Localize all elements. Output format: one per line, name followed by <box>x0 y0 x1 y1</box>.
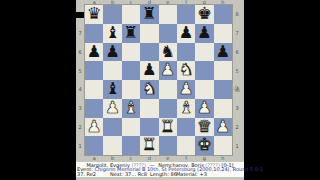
piece-white-bishop: ♝ <box>124 100 139 117</box>
piece-black-bishop: ♝ <box>105 81 120 98</box>
square-c5 <box>122 61 140 80</box>
square-h6: ♟ <box>214 43 232 62</box>
square-d3 <box>140 99 158 118</box>
square-c4 <box>122 80 140 99</box>
piece-white-rook: ♜ <box>142 137 157 154</box>
piece-white-pawn: ♟ <box>179 81 194 98</box>
piece-white-queen: ♛ <box>197 119 212 136</box>
caption-panel: Margolit, Evgeniy (????) — Nemchanov, Bo… <box>76 162 244 177</box>
square-d4: ♞ <box>140 80 158 99</box>
piece-black-rook: ♜ <box>124 25 139 42</box>
square-b3: ♟ <box>103 99 121 118</box>
chess-board: ♛♜♚♝♜♟♟♟♟♞♟♟♟♞♝♞♟♟♝♝♟♟♜♛♟♜♚ <box>85 5 232 155</box>
square-d2 <box>140 118 158 137</box>
piece-black-rook: ♜ <box>142 6 157 23</box>
rank-label-1: 1 <box>76 136 84 155</box>
rank-label-4: 4 <box>76 80 84 99</box>
piece-black-pawn: ♟ <box>87 44 102 61</box>
square-b1 <box>103 136 121 155</box>
rank-label-8: 8 <box>233 5 241 24</box>
rank-label-7: 7 <box>76 24 84 43</box>
square-a5 <box>85 61 103 80</box>
rank-label-6: 6 <box>76 43 84 62</box>
square-a1 <box>85 136 103 155</box>
square-d8: ♜ <box>140 5 158 24</box>
square-e7 <box>159 24 177 43</box>
square-g2: ♛ <box>195 118 213 137</box>
piece-white-knight: ♞ <box>142 81 157 98</box>
square-e4 <box>159 80 177 99</box>
square-b2 <box>103 118 121 137</box>
square-f3: ♝ <box>177 99 195 118</box>
piece-black-pawn: ♟ <box>142 62 157 79</box>
rank-labels-left: 87654321 <box>76 5 84 155</box>
rank-labels-right: 87654321 <box>233 5 241 155</box>
square-a2: ♟ <box>85 118 103 137</box>
piece-black-pawn: ♟ <box>179 25 194 42</box>
square-b6: ♟ <box>103 43 121 62</box>
square-e5: ♟ <box>159 61 177 80</box>
square-b7: ♝ <box>103 24 121 43</box>
square-a3 <box>85 99 103 118</box>
move-info-line: 37. Re2 Next: 37... Rc8 Length: 86 Mater… <box>76 172 244 177</box>
square-g1: ♚ <box>195 136 213 155</box>
next-move: Next: 37... Rc8 <box>110 172 147 177</box>
square-a8: ♛ <box>85 5 103 24</box>
square-c3: ♝ <box>122 99 140 118</box>
rank-label-3: 3 <box>233 99 241 118</box>
square-c7: ♜ <box>122 24 140 43</box>
square-h1 <box>214 136 232 155</box>
square-c8 <box>122 5 140 24</box>
square-a6: ♟ <box>85 43 103 62</box>
square-d6 <box>140 43 158 62</box>
piece-black-pawn: ♟ <box>105 44 120 61</box>
square-e3 <box>159 99 177 118</box>
rank-label-6: 6 <box>233 43 241 62</box>
border-knight-icon: ♘ <box>231 83 243 95</box>
rank-label-2: 2 <box>76 118 84 137</box>
piece-black-king: ♚ <box>197 6 212 23</box>
square-g5 <box>195 61 213 80</box>
side-to-move-indicator <box>76 12 84 18</box>
square-c1 <box>122 136 140 155</box>
piece-white-pawn: ♟ <box>215 119 230 136</box>
rank-label-5: 5 <box>76 61 84 80</box>
piece-black-pawn: ♟ <box>215 44 230 61</box>
square-f1 <box>177 136 195 155</box>
square-f8 <box>177 5 195 24</box>
square-d1: ♜ <box>140 136 158 155</box>
piece-black-pawn: ♟ <box>197 25 212 42</box>
video-frame-content: abcdefgh abcdefgh 87654321 87654321 ♘ ♛♜… <box>76 0 244 180</box>
square-f6 <box>177 43 195 62</box>
square-f7: ♟ <box>177 24 195 43</box>
square-h8 <box>214 5 232 24</box>
square-d7 <box>140 24 158 43</box>
square-h4 <box>214 80 232 99</box>
rank-label-2: 2 <box>233 118 241 137</box>
piece-white-pawn: ♟ <box>87 119 102 136</box>
piece-white-pawn: ♟ <box>197 100 212 117</box>
square-g6 <box>195 43 213 62</box>
square-g7: ♟ <box>195 24 213 43</box>
last-move: 37. Re2 <box>77 172 96 177</box>
square-e6: ♞ <box>159 43 177 62</box>
square-d5: ♟ <box>140 61 158 80</box>
piece-white-pawn: ♟ <box>105 100 120 117</box>
square-h2: ♟ <box>214 118 232 137</box>
piece-white-king: ♚ <box>197 137 212 154</box>
piece-black-bishop: ♝ <box>105 25 120 42</box>
square-h3 <box>214 99 232 118</box>
square-f2 <box>177 118 195 137</box>
square-b5 <box>103 61 121 80</box>
rank-label-7: 7 <box>233 24 241 43</box>
square-c2 <box>122 118 140 137</box>
piece-white-bishop: ♝ <box>179 100 194 117</box>
square-g3: ♟ <box>195 99 213 118</box>
square-g4 <box>195 80 213 99</box>
square-f5: ♞ <box>177 61 195 80</box>
square-h5 <box>214 61 232 80</box>
square-f4: ♟ <box>177 80 195 99</box>
square-e8 <box>159 5 177 24</box>
rank-label-3: 3 <box>76 99 84 118</box>
square-e2: ♜ <box>159 118 177 137</box>
square-b8 <box>103 5 121 24</box>
square-c6 <box>122 43 140 62</box>
rank-label-1: 1 <box>233 136 241 155</box>
game-length: Length: 86 <box>150 172 177 177</box>
square-g8: ♚ <box>195 5 213 24</box>
piece-white-rook: ♜ <box>160 119 175 136</box>
square-a4 <box>85 80 103 99</box>
square-e1 <box>159 136 177 155</box>
square-b4: ♝ <box>103 80 121 99</box>
event-tail: 0-1 <box>255 166 263 172</box>
square-h7 <box>214 24 232 43</box>
piece-black-knight: ♞ <box>160 44 175 61</box>
material-balance: Material: +3 <box>176 172 207 177</box>
piece-white-knight: ♞ <box>179 62 194 79</box>
square-a7 <box>85 24 103 43</box>
rank-label-5: 5 <box>233 61 241 80</box>
piece-black-queen: ♛ <box>87 6 102 23</box>
piece-white-pawn: ♟ <box>160 62 175 79</box>
